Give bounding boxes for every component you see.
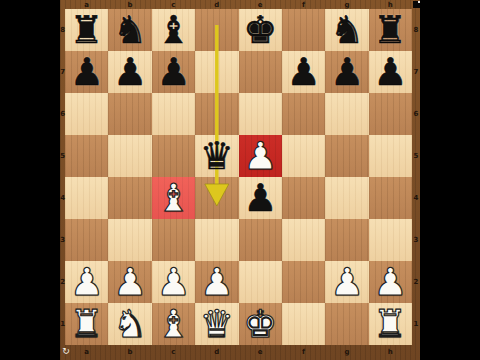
piece-layer: ♜♞♝♚♞♜♟♟♟♟♟♟♛♟♝♟♟♟♟♟♟♟♜♞♝♛♚♜ xyxy=(60,0,420,360)
white-king-e1[interactable]: ♚ xyxy=(239,303,282,345)
rank-label-left-2: 2 xyxy=(60,278,65,286)
white-pawn-c2[interactable]: ♟ xyxy=(152,261,195,303)
rank-label-right-2: 2 xyxy=(414,278,419,286)
rank-label-right-3: 3 xyxy=(414,236,419,244)
file-label-top-a: a xyxy=(84,1,89,9)
black-pawn-f7[interactable]: ♟ xyxy=(282,51,325,93)
white-rook-a1[interactable]: ♜ xyxy=(65,303,108,345)
black-pawn-a7[interactable]: ♟ xyxy=(65,51,108,93)
rank-label-left-5: 5 xyxy=(60,152,65,160)
rank-label-right-5: 5 xyxy=(414,152,419,160)
rank-label-left-7: 7 xyxy=(60,68,65,76)
black-queen-d5[interactable]: ♛ xyxy=(195,135,238,177)
white-pawn-d2[interactable]: ♟ xyxy=(195,261,238,303)
rank-label-right-1: 1 xyxy=(414,320,419,328)
file-label-bottom-b: b xyxy=(128,348,133,356)
file-label-bottom-d: d xyxy=(214,348,219,356)
corner-marker-icon xyxy=(413,1,420,8)
white-pawn-e5[interactable]: ♟ xyxy=(239,135,282,177)
black-bishop-c8[interactable]: ♝ xyxy=(152,9,195,51)
file-label-bottom-e: e xyxy=(258,348,263,356)
chess-board: ♜♞♝♚♞♜♟♟♟♟♟♟♛♟♝♟♟♟♟♟♟♟♜♞♝♛♚♜ aabbccddeef… xyxy=(60,0,420,360)
file-label-bottom-h: h xyxy=(388,348,393,356)
white-bishop-c1[interactable]: ♝ xyxy=(152,303,195,345)
rank-label-left-3: 3 xyxy=(60,236,65,244)
file-label-bottom-c: c xyxy=(171,348,175,356)
black-rook-h8[interactable]: ♜ xyxy=(369,9,412,51)
black-pawn-b7[interactable]: ♟ xyxy=(108,51,151,93)
rank-label-right-7: 7 xyxy=(414,68,419,76)
file-label-top-g: g xyxy=(344,1,349,9)
white-knight-b1[interactable]: ♞ xyxy=(108,303,151,345)
video-frame: ♜♞♝♚♞♜♟♟♟♟♟♟♛♟♝♟♟♟♟♟♟♟♜♞♝♛♚♜ aabbccddeef… xyxy=(0,0,480,360)
white-pawn-h2[interactable]: ♟ xyxy=(369,261,412,303)
rank-label-right-8: 8 xyxy=(414,26,419,34)
white-pawn-a2[interactable]: ♟ xyxy=(65,261,108,303)
black-pawn-h7[interactable]: ♟ xyxy=(369,51,412,93)
rank-label-right-6: 6 xyxy=(414,110,419,118)
file-label-top-e: e xyxy=(258,1,263,9)
black-pawn-c7[interactable]: ♟ xyxy=(152,51,195,93)
black-knight-g8[interactable]: ♞ xyxy=(325,9,368,51)
black-knight-b8[interactable]: ♞ xyxy=(108,9,151,51)
white-queen-d1[interactable]: ♛ xyxy=(195,303,238,345)
file-label-top-d: d xyxy=(214,1,219,9)
rank-label-left-1: 1 xyxy=(60,320,65,328)
file-label-top-c: c xyxy=(171,1,175,9)
white-pawn-g2[interactable]: ♟ xyxy=(325,261,368,303)
white-rook-h1[interactable]: ♜ xyxy=(369,303,412,345)
file-label-top-b: b xyxy=(128,1,133,9)
rank-label-left-8: 8 xyxy=(60,26,65,34)
rank-label-left-6: 6 xyxy=(60,110,65,118)
file-label-bottom-a: a xyxy=(84,348,89,356)
white-pawn-b2[interactable]: ♟ xyxy=(108,261,151,303)
black-pawn-e4[interactable]: ♟ xyxy=(239,177,282,219)
file-label-bottom-f: f xyxy=(302,348,305,356)
white-bishop-c4[interactable]: ♝ xyxy=(152,177,195,219)
black-rook-a8[interactable]: ♜ xyxy=(65,9,108,51)
black-pawn-g7[interactable]: ♟ xyxy=(325,51,368,93)
file-label-top-f: f xyxy=(302,1,305,9)
flip-board-icon: ↻ xyxy=(61,345,71,357)
rank-label-left-4: 4 xyxy=(60,194,65,202)
rank-label-right-4: 4 xyxy=(414,194,419,202)
file-label-bottom-g: g xyxy=(344,348,349,356)
black-king-e8[interactable]: ♚ xyxy=(239,9,282,51)
file-label-top-h: h xyxy=(388,1,393,9)
